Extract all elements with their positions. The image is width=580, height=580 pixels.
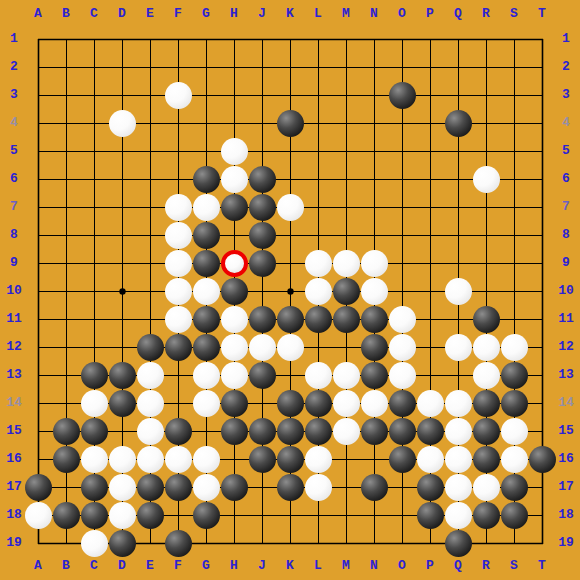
point-R15[interactable]	[472, 417, 500, 445]
point-O6[interactable]	[388, 165, 416, 193]
point-B16[interactable]	[52, 445, 80, 473]
point-R3[interactable]	[472, 81, 500, 109]
point-R4[interactable]	[472, 109, 500, 137]
point-S16[interactable]	[500, 445, 528, 473]
point-P2[interactable]	[416, 53, 444, 81]
point-P13[interactable]	[416, 361, 444, 389]
point-L1[interactable]	[304, 25, 332, 53]
point-D11[interactable]	[108, 305, 136, 333]
point-F7[interactable]	[164, 193, 192, 221]
point-K8[interactable]	[276, 221, 304, 249]
point-T18[interactable]	[528, 501, 556, 529]
point-L6[interactable]	[304, 165, 332, 193]
point-G8[interactable]	[192, 221, 220, 249]
point-P16[interactable]	[416, 445, 444, 473]
point-L12[interactable]	[304, 333, 332, 361]
point-T12[interactable]	[528, 333, 556, 361]
point-P3[interactable]	[416, 81, 444, 109]
point-S12[interactable]	[500, 333, 528, 361]
point-L18[interactable]	[304, 501, 332, 529]
point-D10[interactable]	[108, 277, 136, 305]
point-F13[interactable]	[164, 361, 192, 389]
point-D9[interactable]	[108, 249, 136, 277]
point-Q1[interactable]	[444, 25, 472, 53]
point-A9[interactable]	[24, 249, 52, 277]
point-O3[interactable]	[388, 81, 416, 109]
point-N6[interactable]	[360, 165, 388, 193]
point-G1[interactable]	[192, 25, 220, 53]
point-D13[interactable]	[108, 361, 136, 389]
point-M19[interactable]	[332, 529, 360, 557]
point-D16[interactable]	[108, 445, 136, 473]
point-J7[interactable]	[248, 193, 276, 221]
point-O7[interactable]	[388, 193, 416, 221]
point-M18[interactable]	[332, 501, 360, 529]
point-J13[interactable]	[248, 361, 276, 389]
point-H11[interactable]	[220, 305, 248, 333]
point-S6[interactable]	[500, 165, 528, 193]
point-K1[interactable]	[276, 25, 304, 53]
point-R1[interactable]	[472, 25, 500, 53]
point-H13[interactable]	[220, 361, 248, 389]
point-E15[interactable]	[136, 417, 164, 445]
point-N17[interactable]	[360, 473, 388, 501]
point-O15[interactable]	[388, 417, 416, 445]
point-O19[interactable]	[388, 529, 416, 557]
point-M12[interactable]	[332, 333, 360, 361]
point-A13[interactable]	[24, 361, 52, 389]
point-J19[interactable]	[248, 529, 276, 557]
point-E6[interactable]	[136, 165, 164, 193]
point-L8[interactable]	[304, 221, 332, 249]
point-O14[interactable]	[388, 389, 416, 417]
point-Q14[interactable]	[444, 389, 472, 417]
point-L17[interactable]	[304, 473, 332, 501]
point-B7[interactable]	[52, 193, 80, 221]
point-R14[interactable]	[472, 389, 500, 417]
point-K9[interactable]	[276, 249, 304, 277]
point-R19[interactable]	[472, 529, 500, 557]
point-N7[interactable]	[360, 193, 388, 221]
point-R5[interactable]	[472, 137, 500, 165]
point-C17[interactable]	[80, 473, 108, 501]
point-R7[interactable]	[472, 193, 500, 221]
point-F14[interactable]	[164, 389, 192, 417]
point-H7[interactable]	[220, 193, 248, 221]
point-N8[interactable]	[360, 221, 388, 249]
point-H14[interactable]	[220, 389, 248, 417]
point-P18[interactable]	[416, 501, 444, 529]
point-A16[interactable]	[24, 445, 52, 473]
point-O10[interactable]	[388, 277, 416, 305]
point-F16[interactable]	[164, 445, 192, 473]
point-L15[interactable]	[304, 417, 332, 445]
point-S5[interactable]	[500, 137, 528, 165]
point-E2[interactable]	[136, 53, 164, 81]
point-N14[interactable]	[360, 389, 388, 417]
point-P9[interactable]	[416, 249, 444, 277]
point-D19[interactable]	[108, 529, 136, 557]
point-A15[interactable]	[24, 417, 52, 445]
point-B12[interactable]	[52, 333, 80, 361]
point-B8[interactable]	[52, 221, 80, 249]
point-K15[interactable]	[276, 417, 304, 445]
point-R2[interactable]	[472, 53, 500, 81]
point-L4[interactable]	[304, 109, 332, 137]
point-O16[interactable]	[388, 445, 416, 473]
point-O12[interactable]	[388, 333, 416, 361]
point-O18[interactable]	[388, 501, 416, 529]
point-C14[interactable]	[80, 389, 108, 417]
point-T9[interactable]	[528, 249, 556, 277]
point-L16[interactable]	[304, 445, 332, 473]
point-P12[interactable]	[416, 333, 444, 361]
point-B3[interactable]	[52, 81, 80, 109]
point-L13[interactable]	[304, 361, 332, 389]
point-C6[interactable]	[80, 165, 108, 193]
point-G3[interactable]	[192, 81, 220, 109]
point-Q9[interactable]	[444, 249, 472, 277]
point-E7[interactable]	[136, 193, 164, 221]
point-D15[interactable]	[108, 417, 136, 445]
point-E19[interactable]	[136, 529, 164, 557]
point-G11[interactable]	[192, 305, 220, 333]
point-Q11[interactable]	[444, 305, 472, 333]
point-M2[interactable]	[332, 53, 360, 81]
point-D17[interactable]	[108, 473, 136, 501]
point-T2[interactable]	[528, 53, 556, 81]
point-H15[interactable]	[220, 417, 248, 445]
point-L7[interactable]	[304, 193, 332, 221]
point-H4[interactable]	[220, 109, 248, 137]
point-N13[interactable]	[360, 361, 388, 389]
point-C5[interactable]	[80, 137, 108, 165]
point-F9[interactable]	[164, 249, 192, 277]
point-G18[interactable]	[192, 501, 220, 529]
point-S8[interactable]	[500, 221, 528, 249]
point-J15[interactable]	[248, 417, 276, 445]
point-H12[interactable]	[220, 333, 248, 361]
point-B11[interactable]	[52, 305, 80, 333]
point-N9[interactable]	[360, 249, 388, 277]
point-O17[interactable]	[388, 473, 416, 501]
point-L14[interactable]	[304, 389, 332, 417]
point-G13[interactable]	[192, 361, 220, 389]
point-H1[interactable]	[220, 25, 248, 53]
point-R17[interactable]	[472, 473, 500, 501]
point-E1[interactable]	[136, 25, 164, 53]
point-M15[interactable]	[332, 417, 360, 445]
point-B10[interactable]	[52, 277, 80, 305]
point-E3[interactable]	[136, 81, 164, 109]
point-B14[interactable]	[52, 389, 80, 417]
point-M11[interactable]	[332, 305, 360, 333]
point-T16[interactable]	[528, 445, 556, 473]
point-L5[interactable]	[304, 137, 332, 165]
point-C13[interactable]	[80, 361, 108, 389]
point-D5[interactable]	[108, 137, 136, 165]
point-G15[interactable]	[192, 417, 220, 445]
point-J18[interactable]	[248, 501, 276, 529]
point-A12[interactable]	[24, 333, 52, 361]
point-F18[interactable]	[164, 501, 192, 529]
point-N15[interactable]	[360, 417, 388, 445]
point-D7[interactable]	[108, 193, 136, 221]
point-N2[interactable]	[360, 53, 388, 81]
point-H17[interactable]	[220, 473, 248, 501]
point-S9[interactable]	[500, 249, 528, 277]
point-E5[interactable]	[136, 137, 164, 165]
point-N11[interactable]	[360, 305, 388, 333]
point-J6[interactable]	[248, 165, 276, 193]
point-G6[interactable]	[192, 165, 220, 193]
point-K17[interactable]	[276, 473, 304, 501]
point-M4[interactable]	[332, 109, 360, 137]
point-K13[interactable]	[276, 361, 304, 389]
point-Q2[interactable]	[444, 53, 472, 81]
point-J14[interactable]	[248, 389, 276, 417]
point-L2[interactable]	[304, 53, 332, 81]
point-P4[interactable]	[416, 109, 444, 137]
point-D18[interactable]	[108, 501, 136, 529]
point-C3[interactable]	[80, 81, 108, 109]
point-C18[interactable]	[80, 501, 108, 529]
point-O11[interactable]	[388, 305, 416, 333]
point-S11[interactable]	[500, 305, 528, 333]
point-O1[interactable]	[388, 25, 416, 53]
point-A19[interactable]	[24, 529, 52, 557]
point-B15[interactable]	[52, 417, 80, 445]
point-D8[interactable]	[108, 221, 136, 249]
point-N12[interactable]	[360, 333, 388, 361]
point-E9[interactable]	[136, 249, 164, 277]
point-P14[interactable]	[416, 389, 444, 417]
point-P8[interactable]	[416, 221, 444, 249]
point-G7[interactable]	[192, 193, 220, 221]
point-C8[interactable]	[80, 221, 108, 249]
point-L19[interactable]	[304, 529, 332, 557]
point-D3[interactable]	[108, 81, 136, 109]
point-A2[interactable]	[24, 53, 52, 81]
point-R8[interactable]	[472, 221, 500, 249]
point-T3[interactable]	[528, 81, 556, 109]
point-O9[interactable]	[388, 249, 416, 277]
point-E4[interactable]	[136, 109, 164, 137]
point-G17[interactable]	[192, 473, 220, 501]
point-T6[interactable]	[528, 165, 556, 193]
point-A7[interactable]	[24, 193, 52, 221]
point-K3[interactable]	[276, 81, 304, 109]
point-N10[interactable]	[360, 277, 388, 305]
point-C1[interactable]	[80, 25, 108, 53]
point-J12[interactable]	[248, 333, 276, 361]
point-C16[interactable]	[80, 445, 108, 473]
point-H3[interactable]	[220, 81, 248, 109]
point-D12[interactable]	[108, 333, 136, 361]
point-T17[interactable]	[528, 473, 556, 501]
point-F11[interactable]	[164, 305, 192, 333]
point-M6[interactable]	[332, 165, 360, 193]
point-E13[interactable]	[136, 361, 164, 389]
point-N1[interactable]	[360, 25, 388, 53]
point-M7[interactable]	[332, 193, 360, 221]
point-E11[interactable]	[136, 305, 164, 333]
go-board[interactable]: ABCDEFGHJKLMNOPQRST ABCDEFGHJKLMNOPQRST …	[0, 0, 580, 580]
point-C7[interactable]	[80, 193, 108, 221]
point-S14[interactable]	[500, 389, 528, 417]
point-C2[interactable]	[80, 53, 108, 81]
point-F6[interactable]	[164, 165, 192, 193]
point-B13[interactable]	[52, 361, 80, 389]
point-K16[interactable]	[276, 445, 304, 473]
point-P5[interactable]	[416, 137, 444, 165]
point-D1[interactable]	[108, 25, 136, 53]
point-O13[interactable]	[388, 361, 416, 389]
point-P7[interactable]	[416, 193, 444, 221]
point-A11[interactable]	[24, 305, 52, 333]
point-R11[interactable]	[472, 305, 500, 333]
point-C12[interactable]	[80, 333, 108, 361]
point-H6[interactable]	[220, 165, 248, 193]
point-E12[interactable]	[136, 333, 164, 361]
point-D6[interactable]	[108, 165, 136, 193]
point-A10[interactable]	[24, 277, 52, 305]
point-R6[interactable]	[472, 165, 500, 193]
point-G2[interactable]	[192, 53, 220, 81]
point-Q19[interactable]	[444, 529, 472, 557]
point-F1[interactable]	[164, 25, 192, 53]
point-S4[interactable]	[500, 109, 528, 137]
point-S18[interactable]	[500, 501, 528, 529]
point-A14[interactable]	[24, 389, 52, 417]
point-G16[interactable]	[192, 445, 220, 473]
point-M3[interactable]	[332, 81, 360, 109]
point-M16[interactable]	[332, 445, 360, 473]
point-T14[interactable]	[528, 389, 556, 417]
point-Q4[interactable]	[444, 109, 472, 137]
point-Q16[interactable]	[444, 445, 472, 473]
point-F5[interactable]	[164, 137, 192, 165]
point-F4[interactable]	[164, 109, 192, 137]
point-B9[interactable]	[52, 249, 80, 277]
point-S3[interactable]	[500, 81, 528, 109]
point-K10[interactable]	[276, 277, 304, 305]
point-O8[interactable]	[388, 221, 416, 249]
point-L9[interactable]	[304, 249, 332, 277]
point-E14[interactable]	[136, 389, 164, 417]
point-T19[interactable]	[528, 529, 556, 557]
point-Q12[interactable]	[444, 333, 472, 361]
point-D4[interactable]	[108, 109, 136, 137]
point-C10[interactable]	[80, 277, 108, 305]
point-F2[interactable]	[164, 53, 192, 81]
point-J17[interactable]	[248, 473, 276, 501]
point-K6[interactable]	[276, 165, 304, 193]
point-T10[interactable]	[528, 277, 556, 305]
point-S2[interactable]	[500, 53, 528, 81]
point-H9[interactable]	[220, 249, 248, 277]
point-D14[interactable]	[108, 389, 136, 417]
point-J5[interactable]	[248, 137, 276, 165]
point-O2[interactable]	[388, 53, 416, 81]
point-M14[interactable]	[332, 389, 360, 417]
point-H16[interactable]	[220, 445, 248, 473]
point-S17[interactable]	[500, 473, 528, 501]
point-S10[interactable]	[500, 277, 528, 305]
point-M5[interactable]	[332, 137, 360, 165]
point-N16[interactable]	[360, 445, 388, 473]
point-M17[interactable]	[332, 473, 360, 501]
point-J10[interactable]	[248, 277, 276, 305]
point-M8[interactable]	[332, 221, 360, 249]
point-N18[interactable]	[360, 501, 388, 529]
point-J1[interactable]	[248, 25, 276, 53]
point-C4[interactable]	[80, 109, 108, 137]
point-S15[interactable]	[500, 417, 528, 445]
point-P11[interactable]	[416, 305, 444, 333]
point-T4[interactable]	[528, 109, 556, 137]
point-Q5[interactable]	[444, 137, 472, 165]
point-Q18[interactable]	[444, 501, 472, 529]
point-Q7[interactable]	[444, 193, 472, 221]
point-K19[interactable]	[276, 529, 304, 557]
point-J3[interactable]	[248, 81, 276, 109]
point-F3[interactable]	[164, 81, 192, 109]
point-B6[interactable]	[52, 165, 80, 193]
point-J2[interactable]	[248, 53, 276, 81]
point-S7[interactable]	[500, 193, 528, 221]
point-K12[interactable]	[276, 333, 304, 361]
point-C11[interactable]	[80, 305, 108, 333]
point-G14[interactable]	[192, 389, 220, 417]
point-H8[interactable]	[220, 221, 248, 249]
point-C19[interactable]	[80, 529, 108, 557]
point-J8[interactable]	[248, 221, 276, 249]
point-A3[interactable]	[24, 81, 52, 109]
point-T8[interactable]	[528, 221, 556, 249]
point-L11[interactable]	[304, 305, 332, 333]
point-J9[interactable]	[248, 249, 276, 277]
point-K11[interactable]	[276, 305, 304, 333]
point-M1[interactable]	[332, 25, 360, 53]
point-F15[interactable]	[164, 417, 192, 445]
point-H5[interactable]	[220, 137, 248, 165]
point-T11[interactable]	[528, 305, 556, 333]
point-M9[interactable]	[332, 249, 360, 277]
point-F10[interactable]	[164, 277, 192, 305]
point-H10[interactable]	[220, 277, 248, 305]
point-E8[interactable]	[136, 221, 164, 249]
point-E10[interactable]	[136, 277, 164, 305]
point-J4[interactable]	[248, 109, 276, 137]
point-S19[interactable]	[500, 529, 528, 557]
point-E18[interactable]	[136, 501, 164, 529]
point-G12[interactable]	[192, 333, 220, 361]
point-P19[interactable]	[416, 529, 444, 557]
point-R12[interactable]	[472, 333, 500, 361]
point-P1[interactable]	[416, 25, 444, 53]
point-B17[interactable]	[52, 473, 80, 501]
point-P6[interactable]	[416, 165, 444, 193]
point-M10[interactable]	[332, 277, 360, 305]
point-K18[interactable]	[276, 501, 304, 529]
point-C9[interactable]	[80, 249, 108, 277]
point-Q17[interactable]	[444, 473, 472, 501]
point-C15[interactable]	[80, 417, 108, 445]
point-B4[interactable]	[52, 109, 80, 137]
point-G9[interactable]	[192, 249, 220, 277]
point-B18[interactable]	[52, 501, 80, 529]
